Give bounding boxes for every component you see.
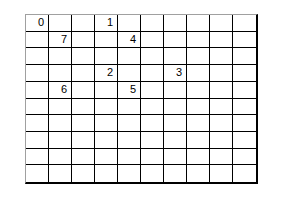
- grid-cell-r9c0[interactable]: [26, 165, 49, 182]
- grid-cell-r9c3[interactable]: [95, 165, 118, 182]
- grid-cell-r2c7[interactable]: [187, 48, 210, 65]
- grid-cell-r5c2[interactable]: [72, 99, 95, 116]
- grid-cell-r3c1[interactable]: [49, 65, 72, 82]
- grid-cell-r6c1[interactable]: [49, 115, 72, 132]
- grid-cell-r5c6[interactable]: [164, 99, 187, 116]
- grid-cell-r4c4[interactable]: 5: [118, 82, 141, 99]
- grid-cell-r4c3[interactable]: [95, 82, 118, 99]
- grid-cell-r2c3[interactable]: [95, 48, 118, 65]
- puzzle-grid: 01742365: [25, 14, 258, 184]
- grid-cell-r6c7[interactable]: [187, 115, 210, 132]
- grid-cell-r3c8[interactable]: [210, 65, 233, 82]
- grid-cell-r3c9[interactable]: [233, 65, 256, 82]
- grid-cell-r9c8[interactable]: [210, 165, 233, 182]
- grid-cell-r2c2[interactable]: [72, 48, 95, 65]
- grid-cell-r0c6[interactable]: [164, 15, 187, 32]
- grid-cell-r3c2[interactable]: [72, 65, 95, 82]
- grid-cell-r0c2[interactable]: [72, 15, 95, 32]
- grid-cell-r3c4[interactable]: [118, 65, 141, 82]
- grid-cell-r5c9[interactable]: [233, 99, 256, 116]
- grid-cell-r2c4[interactable]: [118, 48, 141, 65]
- grid-cell-r5c5[interactable]: [141, 99, 164, 116]
- grid-cell-r7c2[interactable]: [72, 132, 95, 149]
- grid-cell-r8c7[interactable]: [187, 149, 210, 166]
- grid-cell-r2c9[interactable]: [233, 48, 256, 65]
- grid-cell-r3c0[interactable]: [26, 65, 49, 82]
- grid-cell-r4c8[interactable]: [210, 82, 233, 99]
- grid-cell-r0c1[interactable]: [49, 15, 72, 32]
- cell-number: 1: [107, 17, 113, 28]
- grid-cell-r0c8[interactable]: [210, 15, 233, 32]
- grid-cell-r1c8[interactable]: [210, 32, 233, 49]
- cell-number: 7: [61, 34, 67, 45]
- grid-cell-r8c3[interactable]: [95, 149, 118, 166]
- grid-cell-r9c2[interactable]: [72, 165, 95, 182]
- grid-cell-r2c8[interactable]: [210, 48, 233, 65]
- grid-cell-r9c1[interactable]: [49, 165, 72, 182]
- grid-cell-r7c4[interactable]: [118, 132, 141, 149]
- grid-cell-r0c4[interactable]: [118, 15, 141, 32]
- grid-cell-r4c9[interactable]: [233, 82, 256, 99]
- grid-cell-r4c5[interactable]: [141, 82, 164, 99]
- grid-cell-r1c7[interactable]: [187, 32, 210, 49]
- grid-cell-r7c6[interactable]: [164, 132, 187, 149]
- grid-cell-r1c0[interactable]: [26, 32, 49, 49]
- grid-cell-r1c2[interactable]: [72, 32, 95, 49]
- grid-cell-r6c4[interactable]: [118, 115, 141, 132]
- grid-cell-r4c2[interactable]: [72, 82, 95, 99]
- grid-cell-r0c0[interactable]: 0: [26, 15, 49, 32]
- grid-cell-r8c6[interactable]: [164, 149, 187, 166]
- grid-cell-r6c6[interactable]: [164, 115, 187, 132]
- grid-cell-r6c9[interactable]: [233, 115, 256, 132]
- grid-cell-r7c8[interactable]: [210, 132, 233, 149]
- grid-cell-r1c3[interactable]: [95, 32, 118, 49]
- grid-cell-r2c6[interactable]: [164, 48, 187, 65]
- grid-cell-r9c6[interactable]: [164, 165, 187, 182]
- grid-cell-r3c5[interactable]: [141, 65, 164, 82]
- grid-cell-r7c0[interactable]: [26, 132, 49, 149]
- grid-cell-r8c1[interactable]: [49, 149, 72, 166]
- grid-cell-r8c0[interactable]: [26, 149, 49, 166]
- grid-cell-r0c9[interactable]: [233, 15, 256, 32]
- cell-number: 5: [130, 84, 136, 95]
- grid-cell-r1c9[interactable]: [233, 32, 256, 49]
- cell-number: 0: [38, 17, 44, 28]
- grid-cell-r4c6[interactable]: [164, 82, 187, 99]
- grid-cell-r1c4[interactable]: 4: [118, 32, 141, 49]
- grid-cell-r8c8[interactable]: [210, 149, 233, 166]
- grid-cell-r8c5[interactable]: [141, 149, 164, 166]
- grid-cell-r9c5[interactable]: [141, 165, 164, 182]
- grid-cell-r5c7[interactable]: [187, 99, 210, 116]
- grid-cell-r9c4[interactable]: [118, 165, 141, 182]
- grid-cell-r4c0[interactable]: [26, 82, 49, 99]
- grid-cell-r7c9[interactable]: [233, 132, 256, 149]
- grid-cell-r6c0[interactable]: [26, 115, 49, 132]
- grid-cell-r3c7[interactable]: [187, 65, 210, 82]
- cell-number: 3: [176, 67, 182, 78]
- grid-cell-r5c0[interactable]: [26, 99, 49, 116]
- grid-cell-r2c5[interactable]: [141, 48, 164, 65]
- grid-cell-r5c8[interactable]: [210, 99, 233, 116]
- cell-number: 4: [130, 34, 136, 45]
- grid-cell-r0c5[interactable]: [141, 15, 164, 32]
- cell-number: 2: [107, 67, 113, 78]
- cell-number: 6: [61, 84, 67, 95]
- grid-cell-r3c3[interactable]: 2: [95, 65, 118, 82]
- grid-cell-r8c9[interactable]: [233, 149, 256, 166]
- grid-cell-r8c4[interactable]: [118, 149, 141, 166]
- grid-cell-r7c3[interactable]: [95, 132, 118, 149]
- grid-cell-r6c5[interactable]: [141, 115, 164, 132]
- grid-cell-r3c6[interactable]: 3: [164, 65, 187, 82]
- grid-cell-r2c1[interactable]: [49, 48, 72, 65]
- grid-cell-r5c4[interactable]: [118, 99, 141, 116]
- grid-cell-r9c7[interactable]: [187, 165, 210, 182]
- grid-cell-r7c1[interactable]: [49, 132, 72, 149]
- grid-cell-r4c7[interactable]: [187, 82, 210, 99]
- grid-cell-r2c0[interactable]: [26, 48, 49, 65]
- grid-cell-r7c5[interactable]: [141, 132, 164, 149]
- grid-cell-r1c5[interactable]: [141, 32, 164, 49]
- grid-cell-r0c7[interactable]: [187, 15, 210, 32]
- grid-cell-r6c2[interactable]: [72, 115, 95, 132]
- grid-cell-r6c8[interactable]: [210, 115, 233, 132]
- grid-cell-r0c3[interactable]: 1: [95, 15, 118, 32]
- page: 01742365: [0, 0, 283, 200]
- grid-cell-r6c3[interactable]: [95, 115, 118, 132]
- grid-cell-r5c3[interactable]: [95, 99, 118, 116]
- grid-cell-r9c9[interactable]: [233, 165, 256, 182]
- grid-cell-r5c1[interactable]: [49, 99, 72, 116]
- grid-cell-r7c7[interactable]: [187, 132, 210, 149]
- grid-cell-r4c1[interactable]: 6: [49, 82, 72, 99]
- grid-cell-r1c1[interactable]: 7: [49, 32, 72, 49]
- grid-cell-r8c2[interactable]: [72, 149, 95, 166]
- grid-cell-r1c6[interactable]: [164, 32, 187, 49]
